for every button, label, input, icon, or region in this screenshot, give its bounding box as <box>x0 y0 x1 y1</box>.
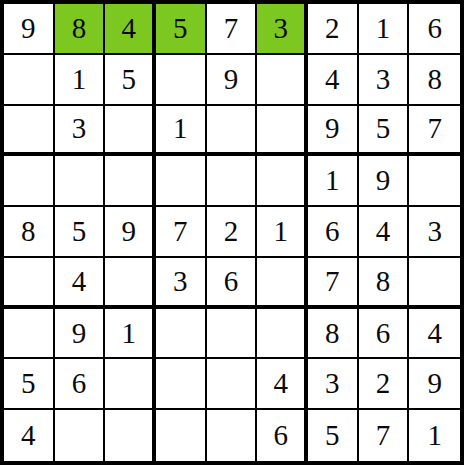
cell-r4c3[interactable] <box>105 156 156 207</box>
cell-r7c4[interactable] <box>156 309 207 360</box>
cell-r5c4[interactable]: 7 <box>156 207 207 258</box>
cell-r1c5[interactable]: 7 <box>207 4 258 55</box>
cell-r8c9[interactable]: 9 <box>409 359 460 410</box>
cell-r1c4[interactable]: 5 <box>156 4 207 55</box>
cell-r6c5[interactable]: 6 <box>207 258 258 309</box>
cell-r9c7[interactable]: 5 <box>308 410 359 461</box>
cell-r4c1[interactable] <box>4 156 55 207</box>
cell-r8c8[interactable]: 2 <box>359 359 410 410</box>
cell-r7c6[interactable] <box>257 309 308 360</box>
cell-r6c2[interactable]: 4 <box>55 258 106 309</box>
cell-r5c5[interactable]: 2 <box>207 207 258 258</box>
cell-r9c5[interactable] <box>207 410 258 461</box>
cell-r1c2[interactable]: 8 <box>55 4 106 55</box>
cell-r8c6[interactable]: 4 <box>257 359 308 410</box>
cell-r5c6[interactable]: 1 <box>257 207 308 258</box>
cell-r2c1[interactable] <box>4 55 55 106</box>
cell-r1c9[interactable]: 6 <box>409 4 460 55</box>
cell-r1c3[interactable]: 4 <box>105 4 156 55</box>
cell-r6c1[interactable] <box>4 258 55 309</box>
cell-r9c6[interactable]: 6 <box>257 410 308 461</box>
cell-r8c7[interactable]: 3 <box>308 359 359 410</box>
cell-r8c2[interactable]: 6 <box>55 359 106 410</box>
cell-r7c9[interactable]: 4 <box>409 309 460 360</box>
cell-r4c2[interactable] <box>55 156 106 207</box>
cell-r2c5[interactable]: 9 <box>207 55 258 106</box>
cell-r9c1[interactable]: 4 <box>4 410 55 461</box>
cell-r4c8[interactable]: 9 <box>359 156 410 207</box>
cell-r2c7[interactable]: 4 <box>308 55 359 106</box>
cell-r4c4[interactable] <box>156 156 207 207</box>
cell-r7c7[interactable]: 8 <box>308 309 359 360</box>
cell-r3c1[interactable] <box>4 106 55 157</box>
cell-r8c3[interactable] <box>105 359 156 410</box>
cell-r2c2[interactable]: 1 <box>55 55 106 106</box>
cell-r2c3[interactable]: 5 <box>105 55 156 106</box>
cell-r5c3[interactable]: 9 <box>105 207 156 258</box>
cell-r5c2[interactable]: 5 <box>55 207 106 258</box>
cell-r5c1[interactable]: 8 <box>4 207 55 258</box>
cell-r8c5[interactable] <box>207 359 258 410</box>
cell-r6c9[interactable] <box>409 258 460 309</box>
cell-r7c5[interactable] <box>207 309 258 360</box>
cell-r1c1[interactable]: 9 <box>4 4 55 55</box>
cell-r6c4[interactable]: 3 <box>156 258 207 309</box>
cell-r2c4[interactable] <box>156 55 207 106</box>
cell-r2c9[interactable]: 8 <box>409 55 460 106</box>
cell-r7c2[interactable]: 9 <box>55 309 106 360</box>
cell-r1c6[interactable]: 3 <box>257 4 308 55</box>
cell-r8c1[interactable]: 5 <box>4 359 55 410</box>
cell-r7c1[interactable] <box>4 309 55 360</box>
cell-r1c7[interactable]: 2 <box>308 4 359 55</box>
cell-r6c8[interactable]: 8 <box>359 258 410 309</box>
cell-r3c5[interactable] <box>207 106 258 157</box>
cell-r9c4[interactable] <box>156 410 207 461</box>
sudoku-board: 9845732161594383195719859721643436789186… <box>0 0 464 465</box>
cell-r3c2[interactable]: 3 <box>55 106 106 157</box>
cell-r3c9[interactable]: 7 <box>409 106 460 157</box>
cell-r6c7[interactable]: 7 <box>308 258 359 309</box>
cell-r4c5[interactable] <box>207 156 258 207</box>
cell-r7c8[interactable]: 6 <box>359 309 410 360</box>
cell-r5c9[interactable]: 3 <box>409 207 460 258</box>
cell-r5c8[interactable]: 4 <box>359 207 410 258</box>
cell-r8c4[interactable] <box>156 359 207 410</box>
cell-r1c8[interactable]: 1 <box>359 4 410 55</box>
cell-r9c2[interactable] <box>55 410 106 461</box>
cell-r2c6[interactable] <box>257 55 308 106</box>
cell-r4c9[interactable] <box>409 156 460 207</box>
cell-r3c3[interactable] <box>105 106 156 157</box>
cell-r4c7[interactable]: 1 <box>308 156 359 207</box>
cell-r5c7[interactable]: 6 <box>308 207 359 258</box>
cell-r6c3[interactable] <box>105 258 156 309</box>
cell-r9c3[interactable] <box>105 410 156 461</box>
cell-r9c8[interactable]: 7 <box>359 410 410 461</box>
cell-r6c6[interactable] <box>257 258 308 309</box>
cell-r3c4[interactable]: 1 <box>156 106 207 157</box>
cell-r2c8[interactable]: 3 <box>359 55 410 106</box>
cell-r7c3[interactable]: 1 <box>105 309 156 360</box>
cell-r9c9[interactable]: 1 <box>409 410 460 461</box>
cell-r3c7[interactable]: 9 <box>308 106 359 157</box>
cell-r3c6[interactable] <box>257 106 308 157</box>
cell-r4c6[interactable] <box>257 156 308 207</box>
cell-r3c8[interactable]: 5 <box>359 106 410 157</box>
